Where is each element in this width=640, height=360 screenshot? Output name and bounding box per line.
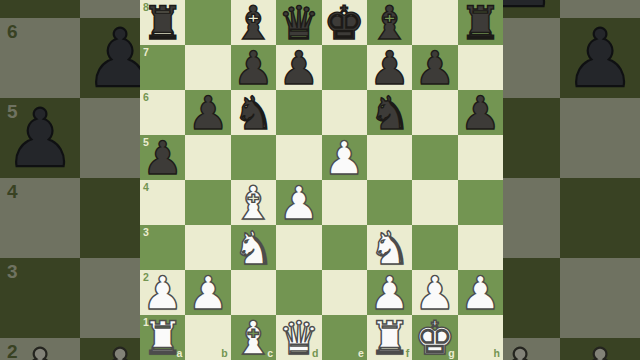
square-d2[interactable] (276, 270, 321, 315)
square-a6[interactable]: 6 (140, 90, 185, 135)
square-b1[interactable]: b (185, 315, 230, 360)
square-h4[interactable] (458, 180, 503, 225)
square-a4[interactable]: 4 (140, 180, 185, 225)
black-king[interactable]: ♚ (324, 1, 365, 46)
square-h6[interactable]: ♟ (458, 90, 503, 135)
square-a2[interactable]: 2♟ (140, 270, 185, 315)
square-c2[interactable] (231, 270, 276, 315)
black-pawn[interactable]: ♟ (414, 46, 455, 91)
chess-board: 8♜♝♛♚♝♜7♟♟♟♟6♟♞♞♟5♟♟4♝♟3♞♞2♟♟♟♟♟1a♜bc♝d♛… (140, 0, 503, 360)
square-a4: 4 (0, 178, 80, 258)
black-pawn[interactable]: ♟ (233, 46, 274, 91)
rank-label-6: 6 (7, 22, 18, 41)
file-label-e: e (358, 348, 364, 359)
square-d3[interactable] (276, 225, 321, 270)
square-d1[interactable]: d♛ (276, 315, 321, 360)
square-f7[interactable]: ♟ (367, 45, 412, 90)
square-g5[interactable] (412, 135, 457, 180)
black-pawn[interactable]: ♟ (187, 91, 228, 136)
square-g7[interactable]: ♟ (412, 45, 457, 90)
square-a7[interactable]: 7 (140, 45, 185, 90)
white-bishop[interactable]: ♝ (233, 181, 274, 226)
square-h6: ♟ (560, 18, 640, 98)
black-pawn[interactable]: ♟ (369, 46, 410, 91)
square-a6: 6 (0, 18, 80, 98)
white-pawn: ♟ (4, 339, 76, 360)
square-f4[interactable] (367, 180, 412, 225)
video-frame: 8♜♝♛♚♝♜7♟♟♟♟6♟♞♞♟5♟♟4♝♟3♞♞2♟♟♟♟♟1a♜bc♝d♛… (0, 0, 640, 360)
square-c4[interactable]: ♝ (231, 180, 276, 225)
black-pawn[interactable]: ♟ (278, 46, 319, 91)
black-knight[interactable]: ♞ (233, 91, 274, 136)
square-e6[interactable] (322, 90, 367, 135)
white-pawn[interactable]: ♟ (142, 271, 183, 316)
square-g2[interactable]: ♟ (412, 270, 457, 315)
square-a8[interactable]: 8♜ (140, 0, 185, 45)
square-h2: ♟ (560, 338, 640, 360)
rank-label-7: 7 (143, 47, 149, 58)
square-h8[interactable]: ♜ (458, 0, 503, 45)
white-pawn[interactable]: ♟ (460, 271, 501, 316)
square-e3[interactable] (322, 225, 367, 270)
square-f6[interactable]: ♞ (367, 90, 412, 135)
black-pawn: ♟ (564, 19, 636, 99)
square-e4[interactable] (322, 180, 367, 225)
square-d8[interactable]: ♛ (276, 0, 321, 45)
white-king[interactable]: ♚ (414, 316, 455, 360)
white-pawn[interactable]: ♟ (414, 271, 455, 316)
square-a5[interactable]: 5♟ (140, 135, 185, 180)
file-label-h: h (494, 348, 500, 359)
square-a3[interactable]: 3 (140, 225, 185, 270)
square-b8[interactable] (185, 0, 230, 45)
rank-label-3: 3 (7, 262, 18, 281)
square-a2: 2♟ (0, 338, 80, 360)
black-pawn[interactable]: ♟ (460, 91, 501, 136)
square-e1[interactable]: e (322, 315, 367, 360)
white-knight[interactable]: ♞ (369, 226, 410, 271)
square-d4[interactable]: ♟ (276, 180, 321, 225)
black-bishop[interactable]: ♝ (233, 1, 274, 46)
square-e8[interactable]: ♚ (322, 0, 367, 45)
square-c1[interactable]: c♝ (231, 315, 276, 360)
black-rook[interactable]: ♜ (460, 1, 501, 46)
square-h4 (560, 178, 640, 258)
square-f8[interactable]: ♝ (367, 0, 412, 45)
square-h5[interactable] (458, 135, 503, 180)
square-a1[interactable]: 1a♜ (140, 315, 185, 360)
square-h3 (560, 258, 640, 338)
square-b5[interactable] (185, 135, 230, 180)
square-b2[interactable]: ♟ (185, 270, 230, 315)
white-knight[interactable]: ♞ (233, 226, 274, 271)
white-pawn[interactable]: ♟ (324, 136, 365, 181)
square-g3[interactable] (412, 225, 457, 270)
square-a7: 7 (0, 0, 80, 18)
white-rook[interactable]: ♜ (142, 316, 183, 360)
rank-label-4: 4 (143, 182, 149, 193)
square-e7[interactable] (322, 45, 367, 90)
square-h1[interactable]: h (458, 315, 503, 360)
rank-label-3: 3 (143, 227, 149, 238)
square-b3[interactable] (185, 225, 230, 270)
square-b4[interactable] (185, 180, 230, 225)
black-bishop[interactable]: ♝ (369, 1, 410, 46)
square-c8[interactable]: ♝ (231, 0, 276, 45)
white-pawn[interactable]: ♟ (369, 271, 410, 316)
square-c6[interactable]: ♞ (231, 90, 276, 135)
square-b7[interactable] (185, 45, 230, 90)
square-h2[interactable]: ♟ (458, 270, 503, 315)
square-h7[interactable] (458, 45, 503, 90)
square-g8[interactable] (412, 0, 457, 45)
black-pawn[interactable]: ♟ (142, 136, 183, 181)
square-d5[interactable] (276, 135, 321, 180)
square-g6[interactable] (412, 90, 457, 135)
square-c7[interactable]: ♟ (231, 45, 276, 90)
file-label-b: b (221, 348, 227, 359)
square-d7[interactable]: ♟ (276, 45, 321, 90)
square-f2[interactable]: ♟ (367, 270, 412, 315)
square-f5[interactable] (367, 135, 412, 180)
white-pawn: ♟ (564, 339, 636, 360)
white-pawn[interactable]: ♟ (187, 271, 228, 316)
white-rook[interactable]: ♜ (369, 316, 410, 360)
square-f1[interactable]: f♜ (367, 315, 412, 360)
square-g1[interactable]: g♚ (412, 315, 457, 360)
square-g4[interactable] (412, 180, 457, 225)
rank-label-4: 4 (7, 182, 18, 201)
white-bishop[interactable]: ♝ (233, 316, 274, 360)
square-a3: 3 (0, 258, 80, 338)
square-e5[interactable]: ♟ (322, 135, 367, 180)
square-f3[interactable]: ♞ (367, 225, 412, 270)
square-h3[interactable] (458, 225, 503, 270)
square-d6[interactable] (276, 90, 321, 135)
square-b6[interactable]: ♟ (185, 90, 230, 135)
square-h5 (560, 98, 640, 178)
square-a5: 5♟ (0, 98, 80, 178)
black-pawn: ♟ (4, 99, 76, 179)
white-queen[interactable]: ♛ (278, 316, 319, 360)
rank-label-6: 6 (143, 92, 149, 103)
black-queen[interactable]: ♛ (278, 1, 319, 46)
black-knight[interactable]: ♞ (369, 91, 410, 136)
square-e2[interactable] (322, 270, 367, 315)
white-pawn[interactable]: ♟ (278, 181, 319, 226)
black-rook[interactable]: ♜ (142, 1, 183, 46)
square-c3[interactable]: ♞ (231, 225, 276, 270)
square-c5[interactable] (231, 135, 276, 180)
